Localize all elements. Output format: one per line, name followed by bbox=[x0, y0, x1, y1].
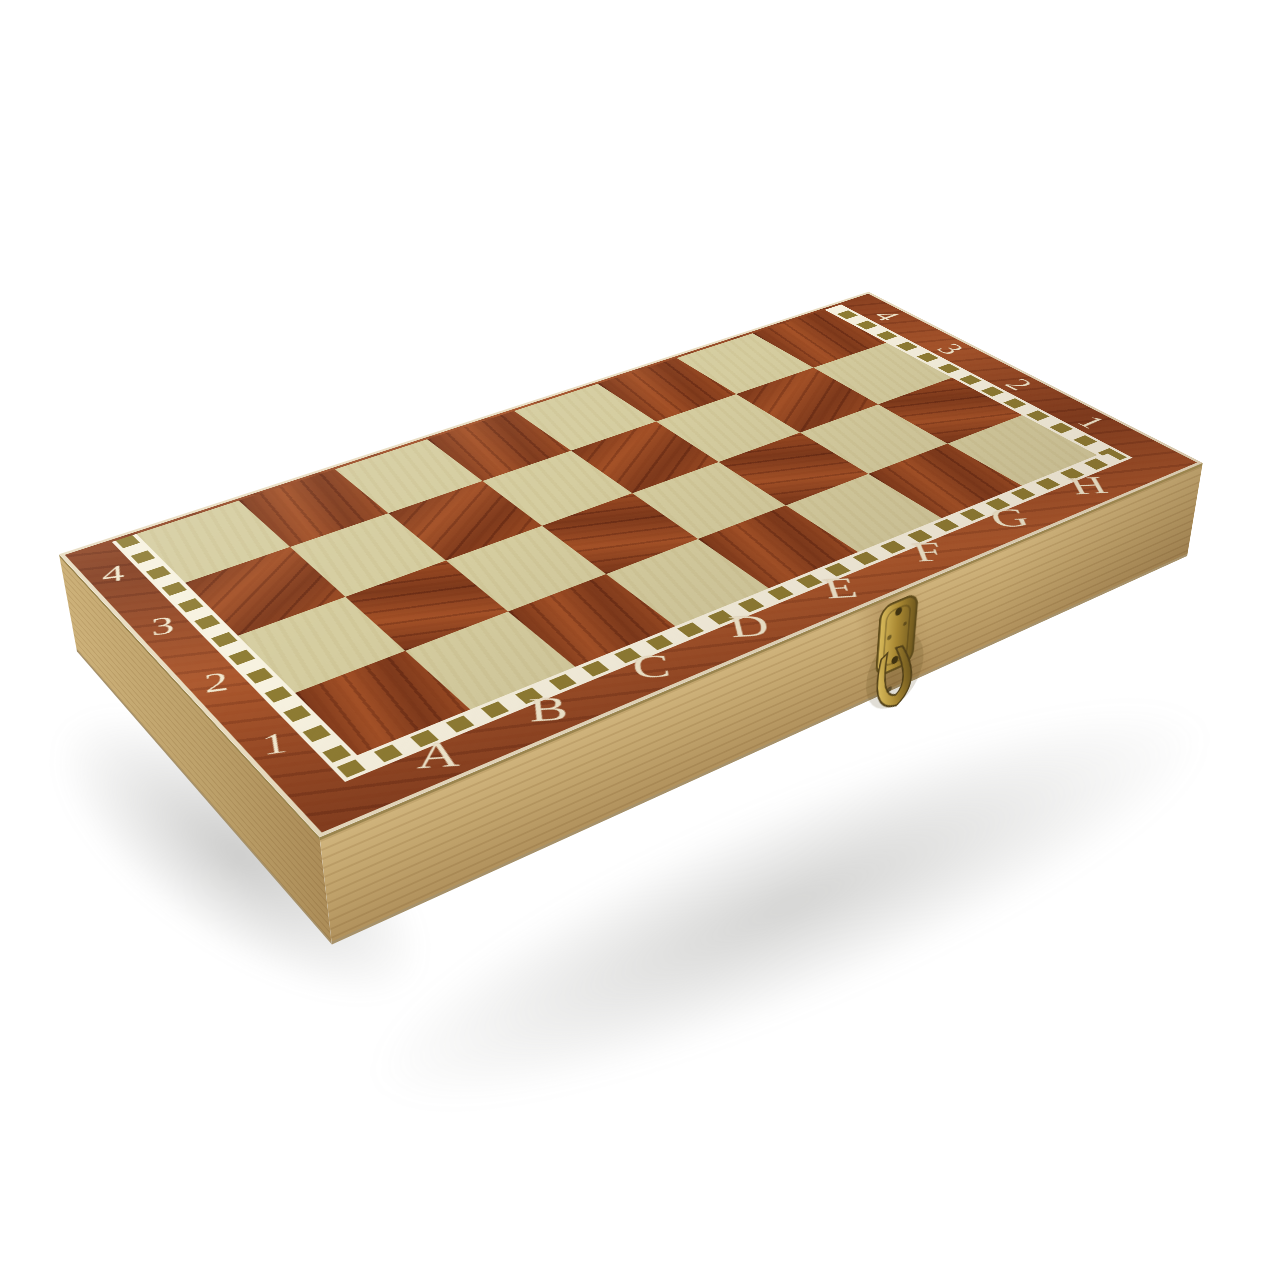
rank-label-left: 3 bbox=[150, 612, 175, 639]
file-label: D bbox=[726, 610, 773, 642]
file-label: B bbox=[527, 691, 569, 727]
brass-latch-clasp bbox=[851, 583, 935, 738]
file-label: E bbox=[820, 573, 861, 603]
file-label: C bbox=[630, 650, 673, 684]
product-photo-scene: ABCDEFGH43214321 bbox=[0, 0, 1280, 1280]
rank-label-left: 1 bbox=[260, 728, 289, 760]
file-label: G bbox=[986, 504, 1034, 531]
file-label: F bbox=[908, 538, 947, 566]
rank-label-right: 4 bbox=[867, 308, 904, 323]
latch-icon bbox=[851, 583, 935, 738]
file-label: A bbox=[416, 736, 460, 775]
rank-label-right: 2 bbox=[998, 376, 1037, 393]
rank-label-left: 4 bbox=[101, 561, 124, 586]
rank-label-right: 3 bbox=[931, 341, 969, 357]
rank-label-right: 1 bbox=[1071, 413, 1112, 431]
file-label: H bbox=[1064, 473, 1112, 499]
rank-label-left: 2 bbox=[203, 668, 230, 698]
